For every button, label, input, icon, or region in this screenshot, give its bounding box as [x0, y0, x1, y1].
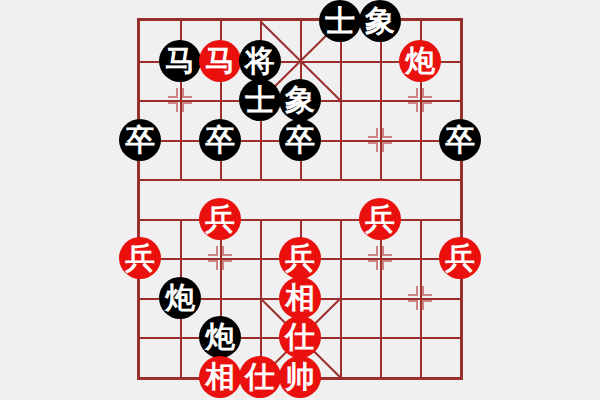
marker-bracket — [382, 128, 392, 138]
piece-black-cannon-b2[interactable]: 炮 — [159, 277, 201, 319]
piece-red-general-e0[interactable]: 帅 — [279, 356, 321, 398]
piece-red-cannon-h8[interactable]: 炮 — [399, 40, 441, 82]
point-marker-g3 — [368, 246, 392, 270]
marker-bracket — [422, 300, 432, 310]
board-cell — [420, 179, 460, 219]
piece-red-advisor-d0[interactable]: 仕 — [239, 356, 281, 398]
piece-red-pawn-i3[interactable]: 兵 — [439, 237, 481, 279]
marker-bracket — [182, 88, 192, 98]
piece-red-elephant-c0[interactable]: 相 — [199, 356, 241, 398]
marker-bracket — [368, 128, 378, 138]
piece-red-elephant-e2[interactable]: 相 — [279, 277, 321, 319]
piece-black-horse-b8[interactable]: 马 — [159, 40, 201, 82]
marker-bracket — [422, 88, 432, 98]
marker-bracket — [408, 286, 418, 296]
point-marker-h7 — [408, 88, 432, 112]
marker-bracket — [168, 102, 178, 112]
piece-red-pawn-e3[interactable]: 兵 — [279, 237, 321, 279]
board-cell — [300, 179, 340, 219]
board-cell — [340, 61, 380, 101]
marker-bracket — [408, 300, 418, 310]
marker-bracket — [422, 286, 432, 296]
point-marker-g6 — [368, 128, 392, 152]
piece-black-advisor-d7[interactable]: 士 — [239, 79, 281, 121]
piece-black-pawn-c6[interactable]: 卒 — [199, 119, 241, 161]
point-marker-b7 — [168, 88, 192, 112]
marker-bracket — [222, 246, 232, 256]
piece-black-pawn-i6[interactable]: 卒 — [439, 119, 481, 161]
marker-bracket — [368, 260, 378, 270]
piece-black-general-d8[interactable]: 将 — [239, 40, 281, 82]
marker-bracket — [222, 260, 232, 270]
board-cell — [140, 179, 180, 219]
piece-red-advisor-e1[interactable]: 仕 — [279, 316, 321, 358]
marker-bracket — [382, 142, 392, 152]
piece-black-elephant-e7[interactable]: 象 — [279, 79, 321, 121]
board-cell — [260, 179, 300, 219]
board-cell — [420, 337, 460, 377]
marker-bracket — [208, 246, 218, 256]
piece-red-pawn-g4[interactable]: 兵 — [359, 198, 401, 240]
marker-bracket — [368, 142, 378, 152]
marker-bracket — [382, 260, 392, 270]
piece-red-pawn-c4[interactable]: 兵 — [199, 198, 241, 240]
marker-bracket — [422, 102, 432, 112]
piece-black-elephant-g9[interactable]: 象 — [359, 0, 401, 42]
marker-bracket — [382, 246, 392, 256]
xiangqi-screen: 士象马马将炮士象卒卒卒卒兵兵兵兵兵炮相炮仕相仕帅 — [0, 0, 600, 400]
board-cell — [340, 298, 380, 338]
point-marker-c3 — [208, 246, 232, 270]
marker-bracket — [408, 102, 418, 112]
board-cell — [340, 337, 380, 377]
piece-red-horse-c8[interactable]: 马 — [199, 40, 241, 82]
marker-bracket — [208, 260, 218, 270]
marker-bracket — [408, 88, 418, 98]
marker-bracket — [168, 88, 178, 98]
piece-red-pawn-a3[interactable]: 兵 — [119, 237, 161, 279]
marker-bracket — [368, 246, 378, 256]
piece-black-cannon-c1[interactable]: 炮 — [199, 316, 241, 358]
piece-black-pawn-e6[interactable]: 卒 — [279, 119, 321, 161]
marker-bracket — [182, 102, 192, 112]
piece-black-advisor-f9[interactable]: 士 — [319, 0, 361, 42]
piece-black-pawn-a6[interactable]: 卒 — [119, 119, 161, 161]
board-cell — [140, 337, 180, 377]
board-cell — [380, 337, 420, 377]
point-marker-h2 — [408, 286, 432, 310]
